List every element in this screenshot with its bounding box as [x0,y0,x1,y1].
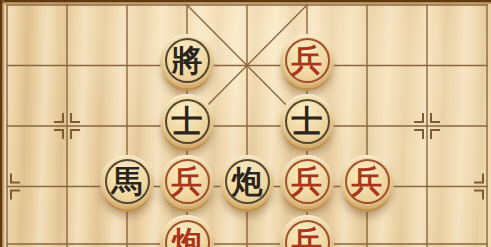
piece-glyph: 兵 [352,166,383,197]
xiangqi-board: 將兵士士馬兵炮兵兵炮兵 [0,0,491,247]
piece-black-cannon[interactable]: 炮 [220,155,274,209]
piece-glyph: 炮 [172,227,203,247]
piece-glyph: 兵 [292,227,323,247]
piece-glyph: 兵 [292,45,323,76]
piece-red-cannon[interactable]: 炮 [160,215,214,247]
piece-black-general[interactable]: 將 [160,34,214,88]
piece-glyph: 兵 [292,166,323,197]
piece-glyph: 士 [292,106,323,137]
piece-glyph: 將 [172,45,203,76]
piece-red-soldier-2[interactable]: 兵 [160,155,214,209]
piece-black-advisor-1[interactable]: 士 [160,94,214,148]
piece-red-soldier-4[interactable]: 兵 [340,155,394,209]
piece-glyph: 士 [172,106,203,137]
piece-black-horse[interactable]: 馬 [100,155,154,209]
piece-black-advisor-2[interactable]: 士 [280,94,334,148]
pieces-layer: 將兵士士馬兵炮兵兵炮兵 [0,0,491,247]
piece-glyph: 馬 [112,166,143,197]
piece-red-soldier-3[interactable]: 兵 [280,155,334,209]
piece-red-soldier-1[interactable]: 兵 [280,34,334,88]
piece-red-soldier-5[interactable]: 兵 [280,215,334,247]
piece-glyph: 炮 [232,166,263,197]
piece-glyph: 兵 [172,166,203,197]
